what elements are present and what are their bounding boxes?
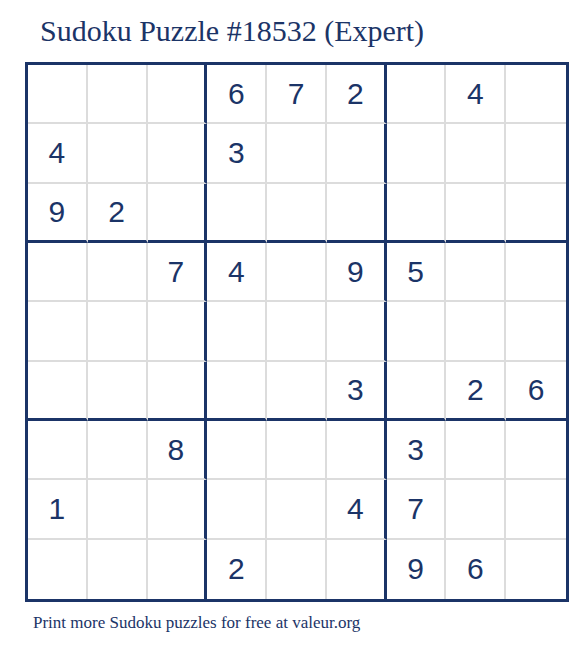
sudoku-cell[interactable] [506,124,566,183]
sudoku-cell[interactable] [267,362,327,421]
sudoku-cell[interactable] [28,362,88,421]
sudoku-cell[interactable] [207,480,267,539]
sudoku-cell[interactable] [387,184,447,243]
sudoku-cell[interactable] [148,302,208,361]
sudoku-cell[interactable]: 5 [387,243,447,302]
sudoku-cell[interactable] [327,124,387,183]
sudoku-cell[interactable] [207,362,267,421]
sudoku-cell[interactable] [88,243,148,302]
sudoku-cell[interactable] [506,480,566,539]
sudoku-cell[interactable] [28,65,88,124]
sudoku-cell[interactable] [506,65,566,124]
sudoku-cell[interactable] [267,302,327,361]
sudoku-cell[interactable] [446,243,506,302]
sudoku-cell[interactable] [387,362,447,421]
sudoku-page: Sudoku Puzzle #18532 (Expert) 6724439274… [0,0,580,651]
sudoku-cell[interactable]: 4 [327,480,387,539]
sudoku-cell[interactable] [267,540,327,599]
sudoku-cell[interactable]: 2 [327,65,387,124]
sudoku-cell[interactable]: 6 [506,362,566,421]
sudoku-cell[interactable] [148,480,208,539]
sudoku-cell[interactable] [327,302,387,361]
sudoku-cell[interactable]: 2 [88,184,148,243]
sudoku-cell[interactable] [267,184,327,243]
sudoku-cell[interactable] [207,184,267,243]
sudoku-cell[interactable] [267,480,327,539]
sudoku-board: 67244392749532683147296 [25,62,569,602]
sudoku-cell[interactable] [446,184,506,243]
page-title: Sudoku Puzzle #18532 (Expert) [40,14,424,48]
sudoku-cell[interactable] [148,124,208,183]
sudoku-cell[interactable]: 4 [28,124,88,183]
sudoku-cell[interactable] [387,124,447,183]
sudoku-cell[interactable] [28,243,88,302]
sudoku-cell[interactable] [327,540,387,599]
sudoku-cell[interactable] [446,480,506,539]
sudoku-cell[interactable] [207,302,267,361]
sudoku-cell[interactable] [88,540,148,599]
sudoku-cell[interactable] [446,302,506,361]
sudoku-cell[interactable] [387,65,447,124]
sudoku-cell[interactable] [267,124,327,183]
sudoku-cell[interactable]: 7 [267,65,327,124]
sudoku-cell[interactable] [88,421,148,480]
sudoku-cell[interactable] [88,302,148,361]
sudoku-cell[interactable] [267,421,327,480]
sudoku-cell[interactable] [148,362,208,421]
sudoku-cell[interactable] [88,65,148,124]
sudoku-cell[interactable] [506,302,566,361]
sudoku-cell[interactable] [207,421,267,480]
sudoku-cell[interactable] [148,65,208,124]
sudoku-cell[interactable] [88,480,148,539]
footer-text: Print more Sudoku puzzles for free at va… [33,612,360,634]
sudoku-cell[interactable] [387,302,447,361]
sudoku-cell[interactable]: 9 [28,184,88,243]
sudoku-cell[interactable] [88,362,148,421]
sudoku-cell[interactable] [506,184,566,243]
sudoku-cell[interactable] [267,243,327,302]
sudoku-cell[interactable]: 1 [28,480,88,539]
sudoku-cell[interactable] [28,302,88,361]
sudoku-cell[interactable] [506,421,566,480]
sudoku-cell[interactable]: 6 [207,65,267,124]
sudoku-cell[interactable] [327,421,387,480]
sudoku-cell[interactable]: 8 [148,421,208,480]
sudoku-cell[interactable] [148,184,208,243]
sudoku-cell[interactable]: 7 [387,480,447,539]
sudoku-cell[interactable] [506,540,566,599]
sudoku-cell[interactable]: 2 [446,362,506,421]
sudoku-cell[interactable]: 9 [327,243,387,302]
sudoku-cell[interactable]: 3 [207,124,267,183]
sudoku-cell[interactable] [28,540,88,599]
sudoku-cell[interactable] [446,124,506,183]
sudoku-cell[interactable]: 3 [387,421,447,480]
sudoku-cell[interactable] [148,540,208,599]
sudoku-cell[interactable] [506,243,566,302]
sudoku-cell[interactable]: 2 [207,540,267,599]
sudoku-cell[interactable] [28,421,88,480]
sudoku-cell[interactable]: 4 [446,65,506,124]
sudoku-cell[interactable] [446,421,506,480]
sudoku-cell[interactable] [88,124,148,183]
sudoku-cell[interactable]: 7 [148,243,208,302]
sudoku-cell[interactable] [327,184,387,243]
sudoku-cell[interactable]: 9 [387,540,447,599]
sudoku-cell[interactable]: 4 [207,243,267,302]
sudoku-cell[interactable]: 3 [327,362,387,421]
sudoku-cell[interactable]: 6 [446,540,506,599]
